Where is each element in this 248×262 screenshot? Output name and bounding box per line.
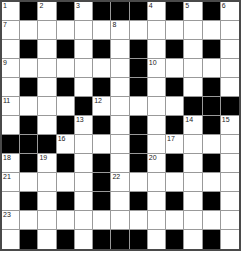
- white-cell-r9c4[interactable]: [75, 173, 93, 192]
- white-cell-r11c5[interactable]: [93, 211, 111, 230]
- white-cell-r8c10[interactable]: [184, 154, 202, 173]
- white-cell-r11c7[interactable]: [130, 211, 148, 230]
- white-cell-r10c6[interactable]: [111, 192, 129, 211]
- white-cell-r2c12[interactable]: [221, 40, 239, 59]
- clue-number-23: 23: [3, 211, 11, 219]
- white-cell-r11c3[interactable]: [57, 211, 75, 230]
- white-cell-r7c11[interactable]: [203, 135, 221, 154]
- white-cell-r1c9[interactable]: [166, 21, 184, 40]
- white-cell-r11c0[interactable]: 23: [2, 211, 20, 230]
- black-cell-r12c11: [203, 230, 221, 249]
- white-cell-r11c9[interactable]: [166, 211, 184, 230]
- black-cell-r0c5: [93, 2, 111, 21]
- black-cell-r10c11: [203, 192, 221, 211]
- black-cell-r4c9: [166, 78, 184, 97]
- white-cell-r8c0[interactable]: 18: [2, 154, 20, 173]
- white-cell-r5c7[interactable]: [130, 97, 148, 116]
- white-cell-r2c10[interactable]: [184, 40, 202, 59]
- black-cell-r4c5: [93, 78, 111, 97]
- black-cell-r2c11: [203, 40, 221, 59]
- black-cell-r4c1: [20, 78, 38, 97]
- clue-number-16: 16: [58, 135, 66, 143]
- crossword-grid: 1234567891011121314151617181920212223: [0, 0, 241, 251]
- clue-number-21: 21: [3, 173, 11, 181]
- white-cell-r1c3[interactable]: [57, 21, 75, 40]
- white-cell-r11c10[interactable]: [184, 211, 202, 230]
- white-cell-r9c6[interactable]: 22: [111, 173, 129, 192]
- white-cell-r10c2[interactable]: [38, 192, 56, 211]
- white-cell-r7c10[interactable]: [184, 135, 202, 154]
- black-cell-r7c0: [2, 135, 20, 154]
- white-cell-r3c12[interactable]: [221, 59, 239, 78]
- white-cell-r6c10[interactable]: 14: [184, 116, 202, 135]
- white-cell-r3c2[interactable]: [38, 59, 56, 78]
- black-cell-r2c7: [130, 40, 148, 59]
- clue-number-8: 8: [112, 21, 116, 29]
- white-cell-r11c1[interactable]: [20, 211, 38, 230]
- black-cell-r8c1: [20, 154, 38, 173]
- white-cell-r6c6[interactable]: [111, 116, 129, 135]
- white-cell-r8c4[interactable]: [75, 154, 93, 173]
- white-cell-r11c8[interactable]: [148, 211, 166, 230]
- white-cell-r5c3[interactable]: [57, 97, 75, 116]
- black-cell-r2c5: [93, 40, 111, 59]
- white-cell-r9c10[interactable]: [184, 173, 202, 192]
- clue-number-3: 3: [76, 2, 80, 10]
- clue-number-22: 22: [112, 173, 120, 181]
- white-cell-r7c9[interactable]: 17: [166, 135, 184, 154]
- clue-number-10: 10: [149, 59, 157, 67]
- white-cell-r12c12[interactable]: [221, 230, 239, 249]
- black-cell-r8c5: [93, 154, 111, 173]
- clue-number-5: 5: [185, 2, 189, 10]
- white-cell-r4c0[interactable]: [2, 78, 20, 97]
- black-cell-r10c7: [130, 192, 148, 211]
- white-cell-r6c12[interactable]: 15: [221, 116, 239, 135]
- black-cell-r2c3: [57, 40, 75, 59]
- black-cell-r0c11: [203, 2, 221, 21]
- white-cell-r8c12[interactable]: [221, 154, 239, 173]
- white-cell-r7c12[interactable]: [221, 135, 239, 154]
- white-cell-r3c10[interactable]: [184, 59, 202, 78]
- white-cell-r1c7[interactable]: [130, 21, 148, 40]
- clue-number-19: 19: [39, 154, 47, 162]
- black-cell-r7c2: [38, 135, 56, 154]
- white-cell-r9c3[interactable]: [57, 173, 75, 192]
- black-cell-r12c1: [20, 230, 38, 249]
- black-cell-r6c5: [93, 116, 111, 135]
- white-cell-r3c9[interactable]: [166, 59, 184, 78]
- black-cell-r0c6: [111, 2, 129, 21]
- black-cell-r10c3: [57, 192, 75, 211]
- white-cell-r5c9[interactable]: [166, 97, 184, 116]
- white-cell-r8c2[interactable]: 19: [38, 154, 56, 173]
- black-cell-r3c7: [130, 59, 148, 78]
- black-cell-r12c5: [93, 230, 111, 249]
- white-cell-r4c6[interactable]: [111, 78, 129, 97]
- white-cell-r2c6[interactable]: [111, 40, 129, 59]
- white-cell-r1c2[interactable]: [38, 21, 56, 40]
- black-cell-r8c7: [130, 154, 148, 173]
- white-cell-r3c3[interactable]: [57, 59, 75, 78]
- black-cell-r0c9: [166, 2, 184, 21]
- white-cell-r3c11[interactable]: [203, 59, 221, 78]
- black-cell-r6c9: [166, 116, 184, 135]
- black-cell-r5c12: [221, 97, 239, 116]
- black-cell-r7c1: [20, 135, 38, 154]
- white-cell-r5c8[interactable]: [148, 97, 166, 116]
- white-cell-r9c8[interactable]: [148, 173, 166, 192]
- white-cell-r1c0[interactable]: 7: [2, 21, 20, 40]
- clue-number-17: 17: [167, 135, 175, 143]
- white-cell-r1c4[interactable]: [75, 21, 93, 40]
- white-cell-r4c4[interactable]: [75, 78, 93, 97]
- white-cell-r10c4[interactable]: [75, 192, 93, 211]
- white-cell-r9c7[interactable]: [130, 173, 148, 192]
- white-cell-r12c0[interactable]: [2, 230, 20, 249]
- white-cell-r5c2[interactable]: [38, 97, 56, 116]
- white-cell-r3c8[interactable]: 10: [148, 59, 166, 78]
- white-cell-r0c2[interactable]: 2: [38, 2, 56, 21]
- white-cell-r5c1[interactable]: [20, 97, 38, 116]
- black-cell-r4c7: [130, 78, 148, 97]
- white-cell-r10c10[interactable]: [184, 192, 202, 211]
- clue-number-14: 14: [185, 116, 193, 124]
- white-cell-r3c1[interactable]: [20, 59, 38, 78]
- white-cell-r5c5[interactable]: 12: [93, 97, 111, 116]
- white-cell-r12c8[interactable]: [148, 230, 166, 249]
- white-cell-r11c4[interactable]: [75, 211, 93, 230]
- clue-number-2: 2: [39, 2, 43, 10]
- black-cell-r6c7: [130, 116, 148, 135]
- white-cell-r3c6[interactable]: [111, 59, 129, 78]
- white-cell-r6c4[interactable]: 13: [75, 116, 93, 135]
- white-cell-r8c8[interactable]: 20: [148, 154, 166, 173]
- white-cell-r9c2[interactable]: [38, 173, 56, 192]
- white-cell-r0c8[interactable]: 4: [148, 2, 166, 21]
- black-cell-r0c7: [130, 2, 148, 21]
- white-cell-r10c12[interactable]: [221, 192, 239, 211]
- black-cell-r7c7: [130, 135, 148, 154]
- white-cell-r12c4[interactable]: [75, 230, 93, 249]
- white-cell-r6c2[interactable]: [38, 116, 56, 135]
- black-cell-r6c3: [57, 116, 75, 135]
- black-cell-r12c6: [111, 230, 129, 249]
- white-cell-r1c10[interactable]: [184, 21, 202, 40]
- black-cell-r10c1: [20, 192, 38, 211]
- black-cell-r8c11: [203, 154, 221, 173]
- black-cell-r8c9: [166, 154, 184, 173]
- white-cell-r9c0[interactable]: 21: [2, 173, 20, 192]
- black-cell-r10c9: [166, 192, 184, 211]
- white-cell-r1c5[interactable]: [93, 21, 111, 40]
- white-cell-r4c8[interactable]: [148, 78, 166, 97]
- white-cell-r1c12[interactable]: [221, 21, 239, 40]
- white-cell-r4c12[interactable]: [221, 78, 239, 97]
- black-cell-r2c1: [20, 40, 38, 59]
- white-cell-r7c8[interactable]: [148, 135, 166, 154]
- white-cell-r8c6[interactable]: [111, 154, 129, 173]
- page: 1234567891011121314151617181920212223: [0, 0, 248, 262]
- white-cell-r10c8[interactable]: [148, 192, 166, 211]
- black-cell-r10c5: [93, 192, 111, 211]
- black-cell-r12c3: [57, 230, 75, 249]
- white-cell-r2c8[interactable]: [148, 40, 166, 59]
- white-cell-r0c12[interactable]: 6: [221, 2, 239, 21]
- white-cell-r10c0[interactable]: [2, 192, 20, 211]
- white-cell-r12c2[interactable]: [38, 230, 56, 249]
- clue-number-12: 12: [94, 97, 102, 105]
- white-cell-r11c12[interactable]: [221, 211, 239, 230]
- black-cell-r2c9: [166, 40, 184, 59]
- black-cell-r9c5: [93, 173, 111, 192]
- white-cell-r9c12[interactable]: [221, 173, 239, 192]
- black-cell-r0c3: [57, 2, 75, 21]
- black-cell-r5c11: [203, 97, 221, 116]
- white-cell-r11c2[interactable]: [38, 211, 56, 230]
- clue-number-11: 11: [3, 97, 10, 105]
- black-cell-r12c9: [166, 230, 184, 249]
- white-cell-r0c4[interactable]: 3: [75, 2, 93, 21]
- white-cell-r2c2[interactable]: [38, 40, 56, 59]
- white-cell-r3c0[interactable]: 9: [2, 59, 20, 78]
- white-cell-r7c4[interactable]: [75, 135, 93, 154]
- white-cell-r6c8[interactable]: [148, 116, 166, 135]
- black-cell-r4c3: [57, 78, 75, 97]
- white-cell-r5c6[interactable]: [111, 97, 129, 116]
- black-cell-r12c7: [130, 230, 148, 249]
- clue-number-15: 15: [222, 116, 230, 124]
- white-cell-r9c11[interactable]: [203, 173, 221, 192]
- white-cell-r7c6[interactable]: [111, 135, 129, 154]
- white-cell-r1c1[interactable]: [20, 21, 38, 40]
- black-cell-r6c11: [203, 116, 221, 135]
- white-cell-r7c3[interactable]: 16: [57, 135, 75, 154]
- white-cell-r2c0[interactable]: [2, 40, 20, 59]
- white-cell-r11c6[interactable]: [111, 211, 129, 230]
- clue-number-20: 20: [149, 154, 157, 162]
- white-cell-r5c0[interactable]: 11: [2, 97, 20, 116]
- clue-number-4: 4: [149, 2, 153, 10]
- clue-number-9: 9: [3, 59, 7, 67]
- white-cell-r9c1[interactable]: [20, 173, 38, 192]
- white-cell-r1c8[interactable]: [148, 21, 166, 40]
- white-cell-r7c5[interactable]: [93, 135, 111, 154]
- white-cell-r9c9[interactable]: [166, 173, 184, 192]
- white-cell-r3c4[interactable]: [75, 59, 93, 78]
- white-cell-r0c10[interactable]: 5: [184, 2, 202, 21]
- white-cell-r1c11[interactable]: [203, 21, 221, 40]
- white-cell-r4c2[interactable]: [38, 78, 56, 97]
- clue-number-13: 13: [76, 116, 84, 124]
- black-cell-r5c4: [75, 97, 93, 116]
- black-cell-r0c1: [20, 2, 38, 21]
- white-cell-r12c10[interactable]: [184, 230, 202, 249]
- white-cell-r11c11[interactable]: [203, 211, 221, 230]
- clue-number-18: 18: [3, 154, 11, 162]
- white-cell-r0c0[interactable]: 1: [2, 2, 20, 21]
- white-cell-r6c0[interactable]: [2, 116, 20, 135]
- clue-number-1: 1: [3, 2, 7, 10]
- white-cell-r2c4[interactable]: [75, 40, 93, 59]
- black-cell-r8c3: [57, 154, 75, 173]
- white-cell-r4c10[interactable]: [184, 78, 202, 97]
- white-cell-r1c6[interactable]: 8: [111, 21, 129, 40]
- black-cell-r4c11: [203, 78, 221, 97]
- black-cell-r6c1: [20, 116, 38, 135]
- white-cell-r3c5[interactable]: [93, 59, 111, 78]
- black-cell-r5c10: [184, 97, 202, 116]
- clue-number-7: 7: [3, 21, 7, 29]
- clue-number-6: 6: [222, 2, 226, 10]
